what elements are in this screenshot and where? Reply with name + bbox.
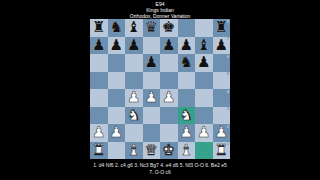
square-h3[interactable]: 3 [213, 107, 231, 125]
square-b7[interactable]: ♟ [108, 37, 126, 55]
piece-white-queen: ♛ [145, 142, 158, 159]
rank-label-8: 8 [227, 20, 229, 24]
piece-white-knight: ♞ [180, 107, 193, 124]
square-h6[interactable]: 6 [213, 54, 231, 72]
move-list-line-2: 7. O-O c6 [0, 169, 320, 176]
square-e5[interactable] [160, 72, 178, 90]
square-c1[interactable]: ♝ [125, 142, 143, 160]
piece-black-pawn: ♟ [92, 37, 105, 54]
piece-white-pawn: ♟ [145, 89, 158, 106]
square-d7[interactable] [143, 37, 161, 55]
piece-white-knight: ♞ [127, 107, 140, 124]
square-c2[interactable] [125, 124, 143, 142]
rank-label-5: 5 [227, 72, 229, 76]
square-f6[interactable]: ♞ [178, 54, 196, 72]
square-h2[interactable]: ♟2 [213, 124, 231, 142]
piece-black-knight: ♞ [180, 54, 193, 71]
piece-black-pawn: ♟ [197, 54, 210, 71]
piece-white-pawn: ♟ [162, 89, 175, 106]
square-d6[interactable]: ♟ [143, 54, 161, 72]
square-a7[interactable]: ♟ [90, 37, 108, 55]
square-c8[interactable]: ♝ [125, 19, 143, 37]
square-g4[interactable] [195, 89, 213, 107]
square-a1[interactable]: ♜ [90, 142, 108, 160]
piece-black-pawn: ♟ [162, 37, 175, 54]
square-b1[interactable] [108, 142, 126, 160]
move-list: 1. d4 Nf6 2. c4 g6 3. Nc3 Bg7 4. e4 d6 5… [0, 162, 320, 176]
square-e2[interactable] [160, 124, 178, 142]
square-a8[interactable]: ♜ [90, 19, 108, 37]
rank-label-1: 1 [227, 142, 229, 146]
piece-white-pawn: ♟ [110, 124, 123, 141]
piece-white-bishop: ♝ [127, 142, 140, 159]
square-f1[interactable]: ♝ [178, 142, 196, 160]
square-a2[interactable]: ♟ [90, 124, 108, 142]
piece-black-bishop: ♝ [197, 37, 210, 54]
square-a6[interactable] [90, 54, 108, 72]
square-b4[interactable] [108, 89, 126, 107]
square-c4[interactable]: ♟ [125, 89, 143, 107]
square-h1[interactable]: ♜1 [213, 142, 231, 160]
piece-white-pawn: ♟ [180, 124, 193, 141]
square-b5[interactable] [108, 72, 126, 90]
square-c6[interactable] [125, 54, 143, 72]
square-d5[interactable] [143, 72, 161, 90]
piece-white-bishop: ♝ [180, 142, 193, 159]
opening-header: E94 Kings Indian Orthodox, Donner Variat… [0, 1, 320, 19]
square-e6[interactable] [160, 54, 178, 72]
square-g6[interactable]: ♟ [195, 54, 213, 72]
square-f2[interactable]: ♟ [178, 124, 196, 142]
square-g2[interactable]: ♟ [195, 124, 213, 142]
square-d4[interactable]: ♟ [143, 89, 161, 107]
piece-black-rook: ♜ [92, 19, 105, 36]
rank-label-4: 4 [227, 90, 229, 94]
square-a5[interactable] [90, 72, 108, 90]
piece-white-king: ♚ [162, 142, 175, 159]
square-f3[interactable]: ♞ [178, 107, 196, 125]
square-e7[interactable]: ♟ [160, 37, 178, 55]
piece-black-pawn: ♟ [110, 37, 123, 54]
square-c7[interactable]: ♟ [125, 37, 143, 55]
piece-white-pawn: ♟ [197, 124, 210, 141]
move-list-line-1: 1. d4 Nf6 2. c4 g6 3. Nc3 Bg7 4. e4 d6 5… [0, 162, 320, 169]
square-d1[interactable]: ♛ [143, 142, 161, 160]
rank-label-7: 7 [227, 37, 229, 41]
piece-white-rook: ♜ [92, 142, 105, 159]
rank-label-6: 6 [227, 55, 229, 59]
square-b3[interactable] [108, 107, 126, 125]
piece-black-king: ♚ [162, 19, 175, 36]
rank-label-2: 2 [227, 125, 229, 129]
square-c3[interactable]: ♞ [125, 107, 143, 125]
square-e4[interactable]: ♟ [160, 89, 178, 107]
square-h4[interactable]: 4 [213, 89, 231, 107]
square-g3[interactable] [195, 107, 213, 125]
piece-black-pawn: ♟ [180, 37, 193, 54]
video-frame: E94 Kings Indian Orthodox, Donner Variat… [0, 0, 320, 180]
square-g8[interactable] [195, 19, 213, 37]
square-a3[interactable] [90, 107, 108, 125]
square-d3[interactable] [143, 107, 161, 125]
piece-black-pawn: ♟ [145, 54, 158, 71]
square-g5[interactable] [195, 72, 213, 90]
square-d2[interactable] [143, 124, 161, 142]
square-b2[interactable]: ♟ [108, 124, 126, 142]
piece-white-pawn: ♟ [92, 124, 105, 141]
square-f7[interactable]: ♟ [178, 37, 196, 55]
square-g7[interactable]: ♝ [195, 37, 213, 55]
square-e1[interactable]: ♚ [160, 142, 178, 160]
square-e8[interactable]: ♚ [160, 19, 178, 37]
square-f8[interactable] [178, 19, 196, 37]
piece-black-bishop: ♝ [127, 19, 140, 36]
rank-label-3: 3 [227, 107, 229, 111]
square-e3[interactable] [160, 107, 178, 125]
piece-white-pawn: ♟ [127, 89, 140, 106]
square-g1[interactable] [195, 142, 213, 160]
square-b6[interactable] [108, 54, 126, 72]
square-h8[interactable]: ♜8 [213, 19, 231, 37]
piece-black-pawn: ♟ [127, 37, 140, 54]
square-c5[interactable] [125, 72, 143, 90]
square-a4[interactable] [90, 89, 108, 107]
square-h5[interactable]: 5 [213, 72, 231, 90]
square-f5[interactable] [178, 72, 196, 90]
chess-board[interactable]: ♜♞♝♛♚♜8♟♟♟♟♟♝♟7♟♞♟65♟♟♟4♞♞3♟♟♟♟♟2♜♝♛♚♝♜1 [90, 19, 230, 159]
piece-black-knight: ♞ [110, 19, 123, 36]
square-h7[interactable]: ♟7 [213, 37, 231, 55]
piece-black-queen: ♛ [145, 19, 158, 36]
square-f4[interactable] [178, 89, 196, 107]
square-d8[interactable]: ♛ [143, 19, 161, 37]
square-b8[interactable]: ♞ [108, 19, 126, 37]
